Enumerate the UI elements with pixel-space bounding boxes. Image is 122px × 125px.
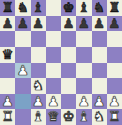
square-g3[interactable] <box>92 78 107 94</box>
square-c1[interactable]: ♝ <box>31 109 46 125</box>
square-c8[interactable]: ♝ <box>31 0 46 16</box>
piece-white-pawn: ♟ <box>108 94 120 108</box>
piece-white-pawn: ♟ <box>78 94 90 108</box>
square-f8[interactable]: ♝ <box>76 0 91 16</box>
piece-white-bishop: ♝ <box>78 110 90 124</box>
piece-black-pawn: ♟ <box>108 16 120 30</box>
square-a2[interactable]: ♟ <box>0 94 15 110</box>
square-b4[interactable]: ♟ <box>15 63 30 79</box>
square-f5[interactable] <box>76 47 91 63</box>
piece-white-rook: ♜ <box>108 110 120 124</box>
piece-black-knight: ♞ <box>93 1 105 15</box>
square-e4[interactable] <box>61 63 76 79</box>
square-h7[interactable]: ♟ <box>107 16 122 32</box>
square-a1[interactable]: ♜ <box>0 109 15 125</box>
piece-white-pawn: ♟ <box>93 94 105 108</box>
square-h2[interactable]: ♟ <box>107 94 122 110</box>
square-d2[interactable]: ♟ <box>46 94 61 110</box>
piece-black-rook: ♜ <box>108 1 120 15</box>
square-c5[interactable] <box>31 47 46 63</box>
square-b8[interactable]: ♞ <box>15 0 30 16</box>
square-c7[interactable]: ♟ <box>31 16 46 32</box>
square-g6[interactable] <box>92 31 107 47</box>
piece-white-knight: ♞ <box>32 79 44 93</box>
square-b6[interactable] <box>15 31 30 47</box>
square-f3[interactable] <box>76 78 91 94</box>
square-f4[interactable] <box>76 63 91 79</box>
square-e2[interactable] <box>61 94 76 110</box>
square-c6[interactable] <box>31 31 46 47</box>
square-g7[interactable]: ♟ <box>92 16 107 32</box>
piece-black-pawn: ♟ <box>17 16 29 30</box>
square-c4[interactable] <box>31 63 46 79</box>
piece-white-pawn: ♟ <box>32 94 44 108</box>
square-h8[interactable]: ♜ <box>107 0 122 16</box>
square-e1[interactable]: ♚ <box>61 109 76 125</box>
square-b3[interactable] <box>15 78 30 94</box>
square-g8[interactable]: ♞ <box>92 0 107 16</box>
square-d6[interactable] <box>46 31 61 47</box>
piece-white-pawn: ♟ <box>17 63 29 77</box>
piece-white-pawn: ♟ <box>2 94 14 108</box>
piece-black-pawn: ♟ <box>93 16 105 30</box>
square-d8[interactable] <box>46 0 61 16</box>
square-d5[interactable] <box>46 47 61 63</box>
square-h4[interactable] <box>107 63 122 79</box>
square-a6[interactable] <box>0 31 15 47</box>
piece-white-king: ♚ <box>63 110 75 124</box>
square-c2[interactable]: ♟ <box>31 94 46 110</box>
square-f6[interactable] <box>76 31 91 47</box>
square-b5[interactable] <box>15 47 30 63</box>
square-b1[interactable] <box>15 109 30 125</box>
square-a3[interactable] <box>0 78 15 94</box>
square-c3[interactable]: ♞ <box>31 78 46 94</box>
square-g4[interactable] <box>92 63 107 79</box>
piece-black-king: ♚ <box>63 1 75 15</box>
piece-black-queen: ♛ <box>2 47 14 61</box>
square-g5[interactable] <box>92 47 107 63</box>
square-g2[interactable]: ♟ <box>92 94 107 110</box>
square-f1[interactable]: ♝ <box>76 109 91 125</box>
square-e8[interactable]: ♚ <box>61 0 76 16</box>
square-g1[interactable]: ♞ <box>92 109 107 125</box>
square-h5[interactable] <box>107 47 122 63</box>
piece-white-rook: ♜ <box>2 110 14 124</box>
square-d7[interactable] <box>46 16 61 32</box>
square-f7[interactable]: ♟ <box>76 16 91 32</box>
piece-black-knight: ♞ <box>17 1 29 15</box>
chess-board: ♜♞♝♚♝♞♜♟♟♟♟♟♟♟♛♟♞♟♟♟♟♟♟♜♝♛♚♝♞♜ <box>0 0 122 125</box>
square-h1[interactable]: ♜ <box>107 109 122 125</box>
square-e3[interactable] <box>61 78 76 94</box>
square-e7[interactable]: ♟ <box>61 16 76 32</box>
square-b2[interactable] <box>15 94 30 110</box>
square-d4[interactable] <box>46 63 61 79</box>
square-d1[interactable]: ♛ <box>46 109 61 125</box>
square-a4[interactable] <box>0 63 15 79</box>
square-a8[interactable]: ♜ <box>0 0 15 16</box>
piece-white-queen: ♛ <box>47 110 59 124</box>
piece-white-knight: ♞ <box>93 110 105 124</box>
square-f2[interactable]: ♟ <box>76 94 91 110</box>
piece-black-pawn: ♟ <box>78 16 90 30</box>
piece-black-rook: ♜ <box>2 1 14 15</box>
piece-white-bishop: ♝ <box>32 110 44 124</box>
square-a5[interactable]: ♛ <box>0 47 15 63</box>
piece-black-pawn: ♟ <box>2 16 14 30</box>
piece-black-pawn: ♟ <box>32 16 44 30</box>
square-d3[interactable] <box>46 78 61 94</box>
square-e5[interactable] <box>61 47 76 63</box>
square-b7[interactable]: ♟ <box>15 16 30 32</box>
square-h3[interactable] <box>107 78 122 94</box>
piece-white-pawn: ♟ <box>47 94 59 108</box>
piece-black-bishop: ♝ <box>78 1 90 15</box>
piece-black-pawn: ♟ <box>63 16 75 30</box>
square-h6[interactable] <box>107 31 122 47</box>
square-e6[interactable] <box>61 31 76 47</box>
piece-black-bishop: ♝ <box>32 1 44 15</box>
square-a7[interactable]: ♟ <box>0 16 15 32</box>
